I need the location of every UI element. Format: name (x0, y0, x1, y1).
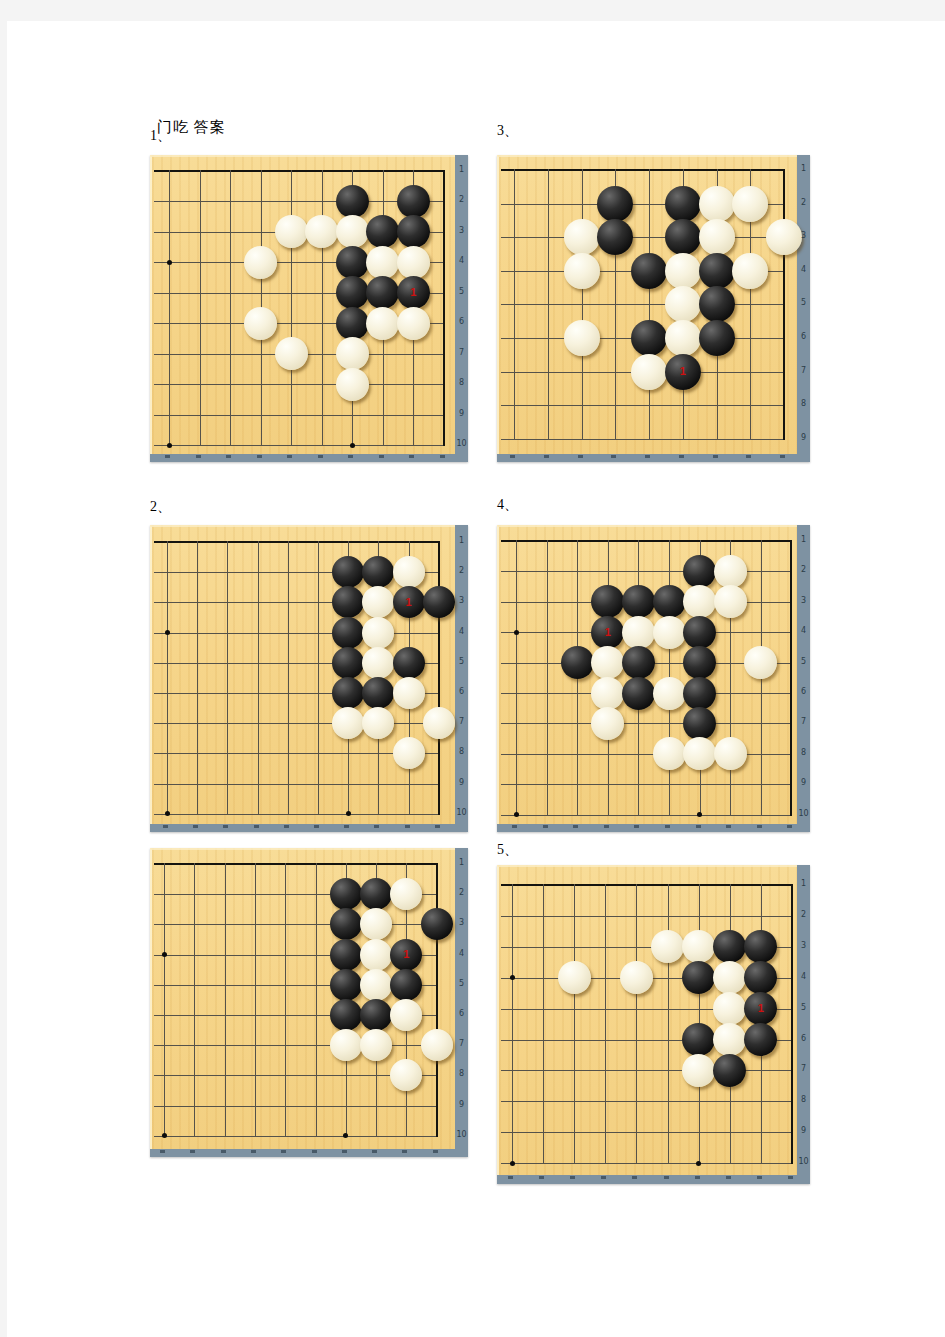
clipped-column-label (611, 455, 616, 458)
clipped-column-label (287, 455, 292, 458)
clipped-column-label (780, 455, 785, 458)
white-stone (393, 677, 425, 709)
move-number-label: 1 (390, 939, 422, 971)
clipped-column-label (251, 1150, 256, 1153)
clipped-column-label (510, 455, 515, 458)
white-stone (653, 677, 686, 710)
move-number-label: 1 (744, 992, 777, 1025)
black-stone (332, 586, 364, 618)
row-coordinate-label: 8 (801, 1095, 806, 1104)
white-stone (665, 286, 701, 322)
hoshi-point (514, 812, 519, 817)
black-stone (336, 276, 369, 309)
white-stone (336, 337, 369, 370)
black-stone (597, 186, 633, 222)
black-stone: 1 (390, 939, 422, 971)
white-stone (699, 186, 735, 222)
hoshi-point (346, 811, 351, 816)
clipped-column-label (578, 455, 583, 458)
row-coordinate-label: 6 (801, 332, 806, 341)
white-stone (362, 647, 394, 679)
row-coordinate-label: 7 (459, 1039, 464, 1048)
black-stone (744, 961, 777, 994)
black-stone (332, 647, 364, 679)
clipped-column-label (402, 1150, 407, 1153)
clipped-column-label (665, 825, 670, 828)
black-stone (665, 186, 701, 222)
black-stone (362, 677, 394, 709)
row-coordinate-label: 1 (459, 536, 464, 545)
white-stone (393, 556, 425, 588)
go-board-1: 112345678910 (150, 155, 468, 462)
white-stone (591, 707, 624, 740)
row-coordinate-label: 1 (801, 879, 806, 888)
row-coordinate-label: 2 (459, 195, 464, 204)
clipped-column-label (405, 825, 410, 828)
row-coordinate-label: 6 (459, 1009, 464, 1018)
row-coordinate-label: 5 (459, 286, 464, 295)
board-grid: 1 (497, 155, 797, 454)
board-grid: 1 (150, 525, 455, 824)
white-stone (362, 586, 394, 618)
clipped-column-label (318, 455, 323, 458)
black-stone (744, 930, 777, 963)
white-stone (564, 219, 600, 255)
black-stone (683, 677, 716, 710)
clipped-column-label (254, 825, 259, 828)
clipped-column-label (726, 825, 731, 828)
clipped-column-label (601, 1176, 606, 1179)
white-stone (683, 737, 716, 770)
clipped-column-label (312, 1150, 317, 1153)
black-stone (390, 969, 422, 1001)
row-coordinate-label: 5 (801, 656, 806, 665)
hoshi-point (162, 952, 167, 957)
row-coordinate-label: 1 (459, 165, 464, 174)
black-stone (332, 556, 364, 588)
white-stone (732, 253, 768, 289)
black-stone (397, 185, 430, 218)
black-stone (421, 908, 453, 940)
white-stone (653, 616, 686, 649)
white-stone (732, 186, 768, 222)
hoshi-point (510, 1161, 515, 1166)
row-coordinate-label: 1 (801, 535, 806, 544)
row-coordinate-label: 7 (459, 347, 464, 356)
row-coordinate-label: 2 (801, 565, 806, 574)
white-stone (714, 585, 747, 618)
black-stone (330, 878, 362, 910)
black-stone: 1 (665, 354, 701, 390)
white-stone (305, 215, 338, 248)
problem-label-1: 1、 (150, 127, 171, 145)
white-stone (682, 1054, 715, 1087)
clipped-column-label (190, 1150, 195, 1153)
white-stone (683, 585, 716, 618)
clipped-column-label (433, 1150, 438, 1153)
row-coordinate-label: 8 (801, 747, 806, 756)
clipped-column-label (440, 455, 445, 458)
row-coordinate-label: 3 (801, 940, 806, 949)
board-grid: 1 (497, 865, 797, 1175)
move-number-label: 1 (397, 276, 430, 309)
row-coordinate-label: 9 (801, 432, 806, 441)
black-stone (653, 585, 686, 618)
black-stone (631, 320, 667, 356)
white-stone (421, 1029, 453, 1061)
white-stone (393, 737, 425, 769)
clipped-column-label (226, 455, 231, 458)
white-stone (390, 999, 422, 1031)
move-number-label: 1 (591, 616, 624, 649)
clipped-column-label (696, 825, 701, 828)
row-coordinate-label: 9 (801, 778, 806, 787)
board-grid: 1 (497, 525, 797, 824)
white-stone (591, 677, 624, 710)
row-coordinate-label: 5 (801, 298, 806, 307)
row-coordinate-label: 6 (801, 1033, 806, 1042)
row-coordinate-label: 3 (801, 595, 806, 604)
clipped-column-label (604, 825, 609, 828)
clipped-column-label (664, 1176, 669, 1179)
black-stone (332, 677, 364, 709)
white-stone (390, 1059, 422, 1091)
row-coordinate-label: 2 (801, 909, 806, 918)
clipped-column-label (757, 1176, 762, 1179)
black-stone (336, 185, 369, 218)
black-stone: 1 (744, 992, 777, 1025)
row-coordinate-label: 4 (459, 626, 464, 635)
black-stone (362, 556, 394, 588)
hoshi-point (165, 811, 170, 816)
hoshi-point (162, 1133, 167, 1138)
black-stone (683, 707, 716, 740)
row-coordinate-label: 8 (459, 747, 464, 756)
black-stone: 1 (393, 586, 425, 618)
black-stone (393, 647, 425, 679)
row-coordinate-label: 10 (456, 1129, 466, 1138)
white-stone (360, 908, 392, 940)
row-coordinate-label: 6 (459, 687, 464, 696)
black-stone (699, 320, 735, 356)
board-grid: 1 (150, 848, 455, 1149)
row-coordinate-label: 5 (459, 978, 464, 987)
white-stone (713, 961, 746, 994)
black-stone (330, 939, 362, 971)
row-coordinate-label: 2 (801, 197, 806, 206)
white-stone (362, 617, 394, 649)
row-coordinate-label: 3 (459, 225, 464, 234)
hoshi-point (697, 812, 702, 817)
clipped-column-label (257, 455, 262, 458)
white-stone (360, 969, 392, 1001)
go-board-2a: 112345678910 (150, 848, 468, 1157)
white-stone (564, 320, 600, 356)
clipped-column-label (632, 1176, 637, 1179)
clipped-column-label (645, 455, 650, 458)
clipped-column-label (539, 1176, 544, 1179)
white-stone (631, 354, 667, 390)
black-stone: 1 (591, 616, 624, 649)
white-stone (336, 215, 369, 248)
hoshi-point (510, 975, 515, 980)
black-stone (336, 307, 369, 340)
white-stone (564, 253, 600, 289)
clipped-column-label (372, 1150, 377, 1153)
hoshi-point (167, 443, 172, 448)
white-stone (665, 320, 701, 356)
clipped-column-label (344, 825, 349, 828)
clipped-column-label (221, 1150, 226, 1153)
hoshi-point (350, 443, 355, 448)
white-stone (714, 737, 747, 770)
white-stone (651, 930, 684, 963)
problem-label-2: 2、 (150, 498, 171, 516)
clipped-column-label (348, 455, 353, 458)
clipped-column-label (573, 825, 578, 828)
white-stone (744, 646, 777, 679)
document-page: { "page": { "title": "门吃 答案", "backgroun… (0, 0, 945, 1337)
row-coordinate-label: 9 (459, 777, 464, 786)
white-stone (558, 961, 591, 994)
clipped-column-label (342, 1150, 347, 1153)
hoshi-point (696, 1161, 701, 1166)
black-stone (330, 908, 362, 940)
row-coordinate-label: 3 (459, 596, 464, 605)
clipped-column-label (165, 455, 170, 458)
hoshi-point (514, 630, 519, 635)
white-stone (362, 707, 394, 739)
clipped-column-label (787, 825, 792, 828)
black-stone (397, 215, 430, 248)
clipped-column-label (512, 825, 517, 828)
clipped-column-label (163, 825, 168, 828)
white-stone (713, 1023, 746, 1056)
black-stone: 1 (397, 276, 430, 309)
clipped-column-label (713, 455, 718, 458)
black-stone (366, 276, 399, 309)
clipped-column-label (223, 825, 228, 828)
row-coordinate-label: 8 (801, 399, 806, 408)
black-stone (360, 999, 392, 1031)
row-coordinate-label: 3 (801, 231, 806, 240)
white-stone (714, 555, 747, 588)
black-stone (682, 1023, 715, 1056)
clipped-column-label (409, 455, 414, 458)
row-coordinate-label: 1 (459, 858, 464, 867)
black-stone (330, 969, 362, 1001)
black-stone (683, 555, 716, 588)
clipped-column-label (314, 825, 319, 828)
black-stone (713, 930, 746, 963)
row-coordinate-label: 7 (459, 717, 464, 726)
white-stone (665, 253, 701, 289)
row-coordinate-label: 6 (801, 687, 806, 696)
black-stone (622, 585, 655, 618)
row-coordinate-label: 7 (801, 365, 806, 374)
problem-label-4: 4、 (497, 496, 518, 514)
row-coordinate-label: 2 (459, 888, 464, 897)
white-stone (766, 219, 802, 255)
row-coordinate-label: 4 (801, 971, 806, 980)
row-coordinate-label: 7 (801, 717, 806, 726)
white-stone (397, 246, 430, 279)
black-stone (699, 253, 735, 289)
move-number-label: 1 (665, 354, 701, 390)
black-stone (683, 616, 716, 649)
go-board-2: 112345678910 (150, 525, 468, 832)
clipped-column-label (193, 825, 198, 828)
clipped-column-label (196, 455, 201, 458)
clipped-column-label (726, 1176, 731, 1179)
black-stone (665, 219, 701, 255)
row-coordinate-label: 4 (801, 264, 806, 273)
black-stone (366, 215, 399, 248)
row-coordinate-label: 8 (459, 378, 464, 387)
row-coordinate-label: 6 (459, 317, 464, 326)
white-stone (620, 961, 653, 994)
black-stone (622, 677, 655, 710)
clipped-column-label (679, 455, 684, 458)
black-stone (682, 961, 715, 994)
row-coordinate-label: 9 (459, 1099, 464, 1108)
row-coordinate-label: 10 (456, 807, 466, 816)
white-stone (244, 246, 277, 279)
clipped-column-label (160, 1150, 165, 1153)
black-stone (332, 617, 364, 649)
white-stone (699, 219, 735, 255)
white-stone (244, 307, 277, 340)
row-coordinate-label: 4 (459, 948, 464, 957)
black-stone (631, 253, 667, 289)
row-coordinate-label: 8 (459, 1069, 464, 1078)
clipped-column-label (543, 825, 548, 828)
black-stone (360, 878, 392, 910)
problem-label-3: 3、 (497, 122, 518, 140)
clipped-column-label (379, 455, 384, 458)
clipped-column-label (570, 1176, 575, 1179)
clipped-column-label (746, 455, 751, 458)
white-stone (330, 1029, 362, 1061)
row-coordinate-label: 9 (801, 1126, 806, 1135)
clipped-column-label (284, 825, 289, 828)
move-number-label: 1 (393, 586, 425, 618)
white-stone (360, 939, 392, 971)
go-board-3: 1123456789 (497, 155, 810, 462)
row-coordinate-label: 10 (798, 1157, 808, 1166)
black-stone (330, 999, 362, 1031)
white-stone (591, 646, 624, 679)
black-stone (423, 586, 455, 618)
row-coordinate-label: 7 (801, 1064, 806, 1073)
board-grid: 1 (150, 155, 455, 454)
clipped-column-label (435, 825, 440, 828)
black-stone (683, 646, 716, 679)
white-stone (713, 992, 746, 1025)
black-stone (744, 1023, 777, 1056)
white-stone (366, 246, 399, 279)
black-stone (622, 646, 655, 679)
hoshi-point (343, 1133, 348, 1138)
clipped-column-label (695, 1176, 700, 1179)
clipped-column-label (281, 1150, 286, 1153)
row-coordinate-label: 5 (801, 1002, 806, 1011)
hoshi-point (167, 260, 172, 265)
white-stone (275, 337, 308, 370)
white-stone (332, 707, 364, 739)
go-board-5: 112345678910 (497, 865, 810, 1184)
black-stone (561, 646, 594, 679)
row-coordinate-label: 1 (801, 164, 806, 173)
clipped-column-label (508, 1176, 513, 1179)
black-stone (699, 286, 735, 322)
row-coordinate-label: 4 (459, 256, 464, 265)
black-stone (713, 1054, 746, 1087)
clipped-column-label (788, 1176, 793, 1179)
white-stone (622, 616, 655, 649)
black-stone (597, 219, 633, 255)
black-stone (336, 246, 369, 279)
problem-label-5: 5、 (497, 841, 518, 859)
clipped-column-label (544, 455, 549, 458)
clipped-column-label (634, 825, 639, 828)
white-stone (423, 707, 455, 739)
row-coordinate-label: 4 (801, 626, 806, 635)
go-board-4: 112345678910 (497, 525, 810, 832)
white-stone (390, 878, 422, 910)
clipped-column-label (374, 825, 379, 828)
row-coordinate-label: 10 (456, 439, 466, 448)
row-coordinate-label: 2 (459, 566, 464, 575)
white-stone (397, 307, 430, 340)
white-stone (336, 368, 369, 401)
row-coordinate-label: 5 (459, 656, 464, 665)
row-coordinate-label: 10 (798, 808, 808, 817)
white-stone (682, 930, 715, 963)
white-stone (275, 215, 308, 248)
row-coordinate-label: 3 (459, 918, 464, 927)
white-stone (360, 1029, 392, 1061)
row-coordinate-label: 9 (459, 408, 464, 417)
white-stone (366, 307, 399, 340)
clipped-column-label (757, 825, 762, 828)
document-sheet: 门吃 答案 1、 3、 2、 4、 5、 112345678910 112345… (7, 21, 945, 1337)
white-stone (653, 737, 686, 770)
hoshi-point (165, 630, 170, 635)
black-stone (591, 585, 624, 618)
